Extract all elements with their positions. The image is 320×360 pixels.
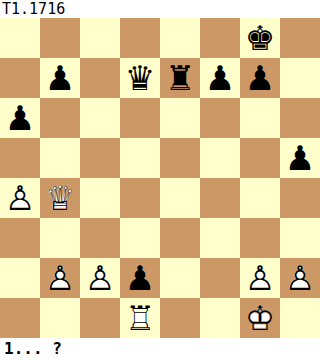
square-b3[interactable] xyxy=(40,218,80,258)
white-pawn-piece-outline: ♙ xyxy=(0,178,40,218)
square-d4[interactable] xyxy=(120,178,160,218)
square-h4[interactable] xyxy=(280,178,320,218)
square-e6[interactable] xyxy=(160,98,200,138)
black-queen-piece[interactable]: ♛ xyxy=(120,58,160,98)
square-d1[interactable]: ♜♖ xyxy=(120,298,160,338)
square-d7[interactable]: ♛ xyxy=(120,58,160,98)
square-g1[interactable]: ♚♔ xyxy=(240,298,280,338)
square-f2[interactable] xyxy=(200,258,240,298)
square-g5[interactable] xyxy=(240,138,280,178)
white-pawn-piece[interactable]: ♟♙ xyxy=(80,258,120,298)
square-e5[interactable] xyxy=(160,138,200,178)
white-pawn-piece[interactable]: ♟♙ xyxy=(0,178,40,218)
black-pawn-piece[interactable]: ♟ xyxy=(0,98,40,138)
square-c2[interactable]: ♟♙ xyxy=(80,258,120,298)
white-queen-piece[interactable]: ♛♕ xyxy=(40,178,80,218)
square-h5[interactable]: ♟ xyxy=(280,138,320,178)
square-e3[interactable] xyxy=(160,218,200,258)
square-d3[interactable] xyxy=(120,218,160,258)
white-rook-piece-outline: ♖ xyxy=(120,298,160,338)
square-h3[interactable] xyxy=(280,218,320,258)
square-a2[interactable] xyxy=(0,258,40,298)
square-g4[interactable] xyxy=(240,178,280,218)
square-b6[interactable] xyxy=(40,98,80,138)
square-f1[interactable] xyxy=(200,298,240,338)
white-queen-piece-outline: ♕ xyxy=(40,178,80,218)
black-pawn-piece[interactable]: ♟ xyxy=(40,58,80,98)
square-e4[interactable] xyxy=(160,178,200,218)
square-g3[interactable] xyxy=(240,218,280,258)
square-d2[interactable]: ♟ xyxy=(120,258,160,298)
white-pawn-piece-outline: ♙ xyxy=(40,258,80,298)
square-b7[interactable]: ♟ xyxy=(40,58,80,98)
square-e7[interactable]: ♜ xyxy=(160,58,200,98)
square-f8[interactable] xyxy=(200,18,240,58)
black-rook-piece[interactable]: ♜ xyxy=(160,58,200,98)
square-a8[interactable] xyxy=(0,18,40,58)
white-pawn-piece-outline: ♙ xyxy=(240,258,280,298)
square-h6[interactable] xyxy=(280,98,320,138)
black-pawn-piece[interactable]: ♟ xyxy=(280,138,320,178)
white-pawn-piece-outline: ♙ xyxy=(80,258,120,298)
square-a3[interactable] xyxy=(0,218,40,258)
square-c1[interactable] xyxy=(80,298,120,338)
square-f7[interactable]: ♟ xyxy=(200,58,240,98)
square-a4[interactable]: ♟♙ xyxy=(0,178,40,218)
square-b5[interactable] xyxy=(40,138,80,178)
square-c4[interactable] xyxy=(80,178,120,218)
square-e2[interactable] xyxy=(160,258,200,298)
square-d5[interactable] xyxy=(120,138,160,178)
square-b8[interactable] xyxy=(40,18,80,58)
white-pawn-piece[interactable]: ♟♙ xyxy=(240,258,280,298)
square-g7[interactable]: ♟ xyxy=(240,58,280,98)
black-pawn-piece[interactable]: ♟ xyxy=(200,58,240,98)
white-pawn-piece[interactable]: ♟♙ xyxy=(280,258,320,298)
black-pawn-piece[interactable]: ♟ xyxy=(240,58,280,98)
chess-board: ♚♟♛♜♟♟♟♟♟♙♛♕♟♙♟♙♟♟♙♟♙♜♖♚♔ xyxy=(0,18,320,338)
square-h2[interactable]: ♟♙ xyxy=(280,258,320,298)
square-f3[interactable] xyxy=(200,218,240,258)
square-h7[interactable] xyxy=(280,58,320,98)
white-king-piece-outline: ♔ xyxy=(240,298,280,338)
square-f5[interactable] xyxy=(200,138,240,178)
square-h8[interactable] xyxy=(280,18,320,58)
white-pawn-piece-outline: ♙ xyxy=(280,258,320,298)
square-a1[interactable] xyxy=(0,298,40,338)
white-pawn-piece[interactable]: ♟♙ xyxy=(40,258,80,298)
square-g6[interactable] xyxy=(240,98,280,138)
square-g8[interactable]: ♚ xyxy=(240,18,280,58)
white-rook-piece[interactable]: ♜♖ xyxy=(120,298,160,338)
square-e8[interactable] xyxy=(160,18,200,58)
square-a6[interactable]: ♟ xyxy=(0,98,40,138)
move-prompt: 1... ? xyxy=(4,340,62,360)
square-c7[interactable] xyxy=(80,58,120,98)
square-d6[interactable] xyxy=(120,98,160,138)
white-king-piece[interactable]: ♚♔ xyxy=(240,298,280,338)
square-f4[interactable] xyxy=(200,178,240,218)
square-h1[interactable] xyxy=(280,298,320,338)
square-e1[interactable] xyxy=(160,298,200,338)
square-c3[interactable] xyxy=(80,218,120,258)
black-pawn-piece[interactable]: ♟ xyxy=(120,258,160,298)
black-king-piece[interactable]: ♚ xyxy=(240,18,280,58)
square-b4[interactable]: ♛♕ xyxy=(40,178,80,218)
square-d8[interactable] xyxy=(120,18,160,58)
square-a5[interactable] xyxy=(0,138,40,178)
square-g2[interactable]: ♟♙ xyxy=(240,258,280,298)
square-a7[interactable] xyxy=(0,58,40,98)
square-b2[interactable]: ♟♙ xyxy=(40,258,80,298)
square-c8[interactable] xyxy=(80,18,120,58)
square-c6[interactable] xyxy=(80,98,120,138)
square-c5[interactable] xyxy=(80,138,120,178)
square-b1[interactable] xyxy=(40,298,80,338)
square-f6[interactable] xyxy=(200,98,240,138)
puzzle-title: T1.1716 xyxy=(2,0,65,18)
